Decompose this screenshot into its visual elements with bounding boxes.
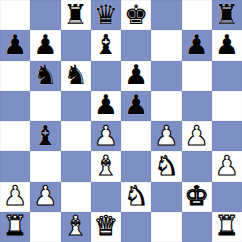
square-b4[interactable]: ♝ [30, 121, 60, 151]
square-h3[interactable]: ♟ [212, 151, 242, 181]
white-rook-piece: ♜ [215, 212, 239, 239]
black-pawn-piece: ♟ [124, 91, 148, 118]
white-knight-piece: ♞ [124, 182, 148, 209]
square-d2[interactable] [91, 182, 121, 212]
square-d5[interactable]: ♟ [91, 91, 121, 121]
black-pawn-piece: ♟ [94, 91, 118, 118]
black-knight-piece: ♞ [33, 61, 57, 88]
square-g4[interactable]: ♟ [182, 121, 212, 151]
black-rook-piece: ♜ [215, 1, 239, 28]
square-d6[interactable] [91, 61, 121, 91]
square-e7[interactable] [121, 30, 151, 60]
square-e5[interactable]: ♟ [121, 91, 151, 121]
black-pawn-piece: ♟ [185, 31, 209, 58]
square-c6[interactable]: ♞ [61, 61, 91, 91]
black-pawn-piece: ♟ [33, 31, 57, 58]
square-a4[interactable] [0, 121, 30, 151]
white-rook-piece: ♜ [3, 212, 27, 239]
square-d4[interactable]: ♟ [91, 121, 121, 151]
square-f7[interactable] [151, 30, 181, 60]
white-pawn-piece: ♟ [3, 182, 27, 209]
square-f8[interactable] [151, 0, 181, 30]
square-g8[interactable] [182, 0, 212, 30]
square-e4[interactable] [121, 121, 151, 151]
square-h2[interactable] [212, 182, 242, 212]
square-b2[interactable]: ♟ [30, 182, 60, 212]
square-b1[interactable] [30, 212, 60, 242]
square-a7[interactable]: ♟ [0, 30, 30, 60]
square-d1[interactable]: ♛ [91, 212, 121, 242]
square-c4[interactable] [61, 121, 91, 151]
square-e8[interactable]: ♚ [121, 0, 151, 30]
square-c8[interactable]: ♜ [61, 0, 91, 30]
square-d8[interactable]: ♛ [91, 0, 121, 30]
white-bishop-piece: ♝ [94, 152, 118, 179]
white-king-piece: ♚ [185, 182, 209, 209]
square-a8[interactable] [0, 0, 30, 30]
white-bishop-piece: ♝ [64, 212, 88, 239]
square-e1[interactable] [121, 212, 151, 242]
square-c3[interactable] [61, 151, 91, 181]
white-pawn-piece: ♟ [215, 152, 239, 179]
square-h7[interactable]: ♟ [212, 30, 242, 60]
square-g7[interactable]: ♟ [182, 30, 212, 60]
square-h4[interactable] [212, 121, 242, 151]
square-h5[interactable] [212, 91, 242, 121]
square-g1[interactable] [182, 212, 212, 242]
square-f3[interactable]: ♞ [151, 151, 181, 181]
square-d7[interactable]: ♝ [91, 30, 121, 60]
black-pawn-piece: ♟ [3, 31, 27, 58]
black-knight-piece: ♞ [64, 61, 88, 88]
chess-board: ♜♛♚♜♟♟♝♟♟♞♞♟♟♟♝♟♟♟♝♞♟♟♟♞♚♜♝♛♜ [0, 0, 242, 242]
black-bishop-piece: ♝ [33, 122, 57, 149]
square-a3[interactable] [0, 151, 30, 181]
black-bishop-piece: ♝ [94, 31, 118, 58]
square-b8[interactable] [30, 0, 60, 30]
black-queen-piece: ♛ [94, 1, 118, 28]
square-c2[interactable] [61, 182, 91, 212]
black-pawn-piece: ♟ [124, 61, 148, 88]
square-c7[interactable] [61, 30, 91, 60]
square-g5[interactable] [182, 91, 212, 121]
square-b7[interactable]: ♟ [30, 30, 60, 60]
square-c1[interactable]: ♝ [61, 212, 91, 242]
square-b3[interactable] [30, 151, 60, 181]
white-pawn-piece: ♟ [94, 122, 118, 149]
square-h1[interactable]: ♜ [212, 212, 242, 242]
square-b5[interactable] [30, 91, 60, 121]
square-b6[interactable]: ♞ [30, 61, 60, 91]
square-a5[interactable] [0, 91, 30, 121]
square-a1[interactable]: ♜ [0, 212, 30, 242]
white-pawn-piece: ♟ [154, 122, 178, 149]
square-h8[interactable]: ♜ [212, 0, 242, 30]
white-pawn-piece: ♟ [33, 182, 57, 209]
black-king-piece: ♚ [124, 1, 148, 28]
square-e3[interactable] [121, 151, 151, 181]
square-h6[interactable] [212, 61, 242, 91]
black-rook-piece: ♜ [64, 1, 88, 28]
square-f2[interactable] [151, 182, 181, 212]
square-f4[interactable]: ♟ [151, 121, 181, 151]
square-f6[interactable] [151, 61, 181, 91]
white-knight-piece: ♞ [154, 152, 178, 179]
square-c5[interactable] [61, 91, 91, 121]
square-g2[interactable]: ♚ [182, 182, 212, 212]
square-g3[interactable] [182, 151, 212, 181]
square-e2[interactable]: ♞ [121, 182, 151, 212]
white-pawn-piece: ♟ [185, 122, 209, 149]
square-f5[interactable] [151, 91, 181, 121]
black-pawn-piece: ♟ [215, 31, 239, 58]
square-f1[interactable] [151, 212, 181, 242]
square-g6[interactable] [182, 61, 212, 91]
square-e6[interactable]: ♟ [121, 61, 151, 91]
white-queen-piece: ♛ [94, 212, 118, 239]
square-d3[interactable]: ♝ [91, 151, 121, 181]
square-a2[interactable]: ♟ [0, 182, 30, 212]
square-a6[interactable] [0, 61, 30, 91]
